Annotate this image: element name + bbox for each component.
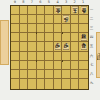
rank-label: 七 [90,63,94,67]
rank-label: 五 [90,44,94,48]
file-label: 2 [70,0,79,4]
board-cell-4九[interactable] [54,79,63,88]
board-cell-8五[interactable] [20,42,29,51]
board-cell-5四[interactable] [45,33,54,42]
board-cell-1六[interactable] [79,52,88,61]
board-cell-8九[interactable] [20,79,29,88]
shogi-piece-gote[interactable]: 玉 [71,6,78,14]
shogi-piece-sente[interactable]: 歩 [54,43,61,51]
board-cell-1一[interactable]: 香 [79,6,88,15]
rank-label: 八 [90,72,94,76]
board-cell-4一[interactable]: 金 [54,6,63,15]
board-cell-5一[interactable] [45,6,54,15]
board-cell-6三[interactable] [37,24,46,33]
file-label: 6 [36,0,45,4]
board-cell-3一[interactable] [62,6,71,15]
board-cell-3二[interactable]: 歩 [62,15,71,24]
board-cell-3三[interactable] [62,24,71,33]
board-cell-8七[interactable] [20,61,29,70]
board-cell-7四[interactable] [28,33,37,42]
board-cell-5七[interactable] [45,61,54,70]
rank-label: 三 [90,26,94,30]
board-cell-5三[interactable] [45,24,54,33]
board-cell-8八[interactable] [20,70,29,79]
file-label: 8 [19,0,28,4]
board-cell-3九[interactable] [62,79,71,88]
board-cell-2一[interactable]: 玉 [71,6,80,15]
board-cell-6七[interactable] [37,61,46,70]
shogi-piece-sente[interactable]: 歩 [63,43,70,51]
file-label: 5 [45,0,54,4]
board-cell-2四[interactable] [71,33,80,42]
board-cell-2六[interactable] [71,52,80,61]
board-cell-9二[interactable] [11,15,20,24]
board-cell-1八[interactable] [79,70,88,79]
shogi-board: 金玉香歩銀歩歩香 [10,5,89,90]
board-cell-8四[interactable] [20,33,29,42]
board-cell-6一[interactable] [37,6,46,15]
komadai-gote [0,20,9,65]
board-cell-4二[interactable] [54,15,63,24]
board-cell-1四[interactable]: 銀 [79,33,88,42]
file-label: 4 [53,0,62,4]
board-cell-5九[interactable] [45,79,54,88]
board-cell-2七[interactable] [71,61,80,70]
board-cell-5五[interactable] [45,42,54,51]
shogi-piece-gote[interactable]: 金 [54,6,61,14]
board-cell-3七[interactable] [62,61,71,70]
board-cell-9五[interactable] [11,42,20,51]
board-cell-2八[interactable] [71,70,80,79]
shogi-piece-gote[interactable]: 香 [80,6,87,14]
board-cell-3四[interactable] [62,33,71,42]
board-cell-6八[interactable] [37,70,46,79]
board-cell-6六[interactable] [37,52,46,61]
board-cell-4七[interactable] [54,61,63,70]
board-cell-6九[interactable] [37,79,46,88]
board-cell-1二[interactable] [79,15,88,24]
file-label: 3 [62,0,71,4]
board-cell-9六[interactable] [11,52,20,61]
star-point [62,60,64,62]
rank-label: 一 [90,8,94,12]
board-cell-7八[interactable] [28,70,37,79]
board-cell-7一[interactable] [28,6,37,15]
shogi-piece-sente[interactable]: 銀 [80,33,87,41]
board-cell-7七[interactable] [28,61,37,70]
board-cell-4四[interactable] [54,33,63,42]
board-cell-5二[interactable] [45,15,54,24]
board-cell-6二[interactable] [37,15,46,24]
star-point [62,32,64,34]
board-cell-6五[interactable] [37,42,46,51]
rank-label: 四 [90,35,94,39]
board-cell-1五[interactable]: 香 [79,42,88,51]
file-label: 1 [79,0,88,4]
board-cell-9四[interactable] [11,33,20,42]
board-cell-7二[interactable] [28,15,37,24]
board-cell-2三[interactable] [71,24,80,33]
rank-label: 二 [90,17,94,21]
board-cell-2二[interactable] [71,15,80,24]
board-cell-9一[interactable] [11,6,20,15]
board-cell-1三[interactable] [79,24,88,33]
file-label: 9 [11,0,20,4]
board-cell-9九[interactable] [11,79,20,88]
shogi-piece-sente[interactable]: 香 [80,43,87,51]
board-cell-9七[interactable] [11,61,20,70]
board-cell-7九[interactable] [28,79,37,88]
board-cell-4五[interactable]: 歩 [54,42,63,51]
board-cell-5六[interactable] [45,52,54,61]
board-cell-1七[interactable] [79,61,88,70]
rank-label: 九 [90,81,94,85]
board-cell-8二[interactable] [20,15,29,24]
board-cell-9三[interactable] [11,24,20,33]
board-cell-2五[interactable] [71,42,80,51]
board-cell-9八[interactable] [11,70,20,79]
board-cell-3八[interactable] [62,70,71,79]
board-cell-8六[interactable] [20,52,29,61]
board-cell-6四[interactable] [37,33,46,42]
board-cell-1九[interactable] [79,79,88,88]
file-label: 7 [28,0,37,4]
board-cell-4八[interactable] [54,70,63,79]
board-cell-3六[interactable] [62,52,71,61]
board-cell-8三[interactable] [20,24,29,33]
board-cell-8一[interactable] [20,6,29,15]
board-cell-5八[interactable] [45,70,54,79]
board-cell-7五[interactable] [28,42,37,51]
board-cell-2九[interactable] [71,79,80,88]
rank-label: 六 [90,54,94,58]
board-cell-3五[interactable]: 歩 [62,42,71,51]
shogi-piece-gote[interactable]: 歩 [63,15,70,23]
